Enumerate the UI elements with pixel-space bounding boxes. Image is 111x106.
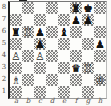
rank-label-7: 7 [0, 13, 8, 25]
square-g6[interactable] [82, 26, 94, 38]
rank-label-8: 8 [0, 1, 8, 13]
piece-black-king: ♚ [83, 2, 92, 14]
square-f7[interactable]: ♟ [70, 14, 82, 26]
file-label-f: f [70, 97, 82, 106]
square-b8[interactable] [22, 2, 34, 14]
square-e8[interactable] [58, 2, 70, 14]
square-e5[interactable] [58, 38, 70, 50]
square-d3[interactable] [46, 62, 58, 74]
square-h3[interactable] [94, 62, 106, 74]
square-d5[interactable] [46, 38, 58, 50]
file-label-g: g [82, 97, 94, 106]
square-e6[interactable]: ♝ [58, 26, 70, 38]
rank-label-4: 4 [0, 49, 8, 61]
piece-black-queen: ♛ [71, 62, 80, 74]
piece-white-king: ♔ [95, 74, 104, 86]
file-label-h: h [94, 97, 106, 106]
square-b6[interactable]: ♖ [22, 26, 34, 38]
rank-label-6: 6 [0, 25, 8, 37]
piece-white-pawn: ♙ [35, 50, 44, 62]
square-a6[interactable]: ♜ [10, 26, 22, 38]
square-g3[interactable]: ♖ [82, 62, 94, 74]
piece-black-rook: ♜ [11, 26, 20, 38]
square-b2[interactable] [22, 74, 34, 86]
square-h6[interactable] [94, 26, 106, 38]
square-a2[interactable]: ♗ [10, 74, 22, 86]
square-g4[interactable] [82, 50, 94, 62]
file-label-a: a [10, 97, 22, 106]
square-d6[interactable] [46, 26, 58, 38]
piece-white-rook: ♖ [83, 62, 92, 74]
square-a4[interactable]: ♙ [10, 50, 22, 62]
square-e3[interactable] [58, 62, 70, 74]
square-c2[interactable] [34, 74, 46, 86]
square-a3[interactable] [10, 62, 22, 74]
square-c7[interactable] [34, 14, 46, 26]
square-c4[interactable]: ♙ [34, 50, 46, 62]
rank-label-2: 2 [0, 73, 8, 85]
square-d4[interactable] [46, 50, 58, 62]
piece-black-bishop: ♝ [59, 26, 68, 38]
square-b4[interactable] [22, 50, 34, 62]
square-g7[interactable]: ♟ [82, 14, 94, 26]
square-a8[interactable] [10, 2, 22, 14]
square-b5[interactable] [22, 38, 34, 50]
piece-white-rook: ♖ [23, 26, 32, 38]
square-g2[interactable] [82, 74, 94, 86]
file-label-e: e [58, 97, 70, 106]
square-f5[interactable] [70, 38, 82, 50]
rank-labels: 87654321 [0, 1, 8, 97]
square-c8[interactable] [34, 2, 46, 14]
square-f2[interactable] [70, 74, 82, 86]
piece-white-pawn: ♙ [11, 50, 20, 62]
square-h8[interactable] [94, 2, 106, 14]
piece-black-pawn: ♟ [35, 26, 44, 38]
square-b7[interactable] [22, 14, 34, 26]
square-c6[interactable]: ♟ [34, 26, 46, 38]
square-b3[interactable] [22, 62, 34, 74]
square-h5[interactable]: ♟ [94, 38, 106, 50]
square-f4[interactable] [70, 50, 82, 62]
square-h7[interactable] [94, 14, 106, 26]
rank-label-3: 3 [0, 61, 8, 73]
piece-black-rook: ♜ [71, 2, 80, 14]
file-label-b: b [22, 97, 34, 106]
square-a7[interactable] [10, 14, 22, 26]
piece-black-pawn: ♟ [71, 14, 80, 26]
square-d7[interactable] [46, 14, 58, 26]
piece-white-bishop: ♗ [11, 74, 20, 86]
square-d2[interactable] [46, 74, 58, 86]
chess-board: ♜♚♟♟♜♖♟♝♟♟♙♙♛♖♗♔ [8, 1, 107, 99]
square-e2[interactable] [58, 74, 70, 86]
square-d8[interactable] [46, 2, 58, 14]
piece-black-pawn: ♟ [35, 38, 44, 50]
square-e7[interactable] [58, 14, 70, 26]
square-a5[interactable] [10, 38, 22, 50]
square-h4[interactable] [94, 50, 106, 62]
square-f8[interactable]: ♜ [70, 2, 82, 14]
square-g8[interactable]: ♚ [82, 2, 94, 14]
piece-black-pawn: ♟ [95, 38, 104, 50]
rank-label-5: 5 [0, 37, 8, 49]
square-f3[interactable]: ♛ [70, 62, 82, 74]
square-f6[interactable] [70, 26, 82, 38]
chess-diagram: 87654321 ♜♚♟♟♜♖♟♝♟♟♙♙♛♖♗♔ abcdefgh [0, 0, 111, 106]
square-g5[interactable] [82, 38, 94, 50]
file-labels: abcdefgh [10, 97, 106, 106]
square-c3[interactable] [34, 62, 46, 74]
square-e4[interactable] [58, 50, 70, 62]
square-c5[interactable]: ♟ [34, 38, 46, 50]
piece-black-pawn: ♟ [83, 14, 92, 26]
square-h2[interactable]: ♔ [94, 74, 106, 86]
file-label-d: d [46, 97, 58, 106]
rank-label-1: 1 [0, 85, 8, 97]
file-label-c: c [34, 97, 46, 106]
